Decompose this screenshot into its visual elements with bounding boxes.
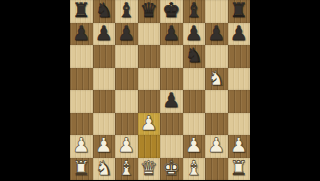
square-g1[interactable] bbox=[205, 158, 228, 181]
square-b2[interactable]: ♟ bbox=[93, 135, 116, 158]
square-e2[interactable] bbox=[160, 135, 183, 158]
piece-white-pawn[interactable]: ♟ bbox=[117, 135, 135, 157]
square-a5[interactable] bbox=[70, 68, 93, 91]
piece-black-pawn[interactable]: ♟ bbox=[230, 23, 248, 45]
square-b1[interactable]: ♞ bbox=[93, 158, 116, 181]
piece-white-pawn[interactable]: ♟ bbox=[207, 135, 225, 157]
square-h1[interactable]: ♜ bbox=[228, 158, 251, 181]
square-b3[interactable] bbox=[93, 113, 116, 136]
square-h2[interactable]: ♟ bbox=[228, 135, 251, 158]
square-f4[interactable] bbox=[183, 90, 206, 113]
square-e6[interactable] bbox=[160, 45, 183, 68]
square-d1[interactable]: ♛ bbox=[138, 158, 161, 181]
piece-white-queen[interactable]: ♛ bbox=[140, 158, 158, 180]
square-c5[interactable] bbox=[115, 68, 138, 91]
square-a4[interactable] bbox=[70, 90, 93, 113]
square-f2[interactable]: ♟ bbox=[183, 135, 206, 158]
square-d4[interactable] bbox=[138, 90, 161, 113]
piece-black-pawn[interactable]: ♟ bbox=[185, 23, 203, 45]
square-e1[interactable]: ♚ bbox=[160, 158, 183, 181]
piece-black-rook[interactable]: ♜ bbox=[230, 0, 248, 22]
square-c7[interactable]: ♟ bbox=[115, 23, 138, 46]
square-a2[interactable]: ♟ bbox=[70, 135, 93, 158]
piece-white-king[interactable]: ♚ bbox=[162, 158, 180, 180]
square-f8[interactable]: ♝ bbox=[183, 0, 206, 23]
piece-white-pawn[interactable]: ♟ bbox=[72, 135, 90, 157]
piece-black-bishop[interactable]: ♝ bbox=[185, 0, 203, 22]
square-g3[interactable] bbox=[205, 113, 228, 136]
square-c3[interactable] bbox=[115, 113, 138, 136]
square-a3[interactable] bbox=[70, 113, 93, 136]
piece-white-rook[interactable]: ♜ bbox=[230, 158, 248, 180]
square-d6[interactable] bbox=[138, 45, 161, 68]
square-d8[interactable]: ♛ bbox=[138, 0, 161, 23]
square-d7[interactable] bbox=[138, 23, 161, 46]
piece-black-bishop[interactable]: ♝ bbox=[117, 0, 135, 22]
square-e4[interactable]: ♟ bbox=[160, 90, 183, 113]
square-h7[interactable]: ♟ bbox=[228, 23, 251, 46]
square-f3[interactable] bbox=[183, 113, 206, 136]
square-f5[interactable] bbox=[183, 68, 206, 91]
piece-black-rook[interactable]: ♜ bbox=[72, 0, 90, 22]
square-a7[interactable]: ♟ bbox=[70, 23, 93, 46]
square-b7[interactable]: ♟ bbox=[93, 23, 116, 46]
square-g5[interactable]: ♞ bbox=[205, 68, 228, 91]
square-e5[interactable] bbox=[160, 68, 183, 91]
chess-board: ♜♞♝♛♚♝♜♟♟♟♟♟♟♟♞♞♟♟♟♟♟♟♟♟♜♞♝♛♚♝♜ bbox=[70, 0, 250, 180]
piece-white-pawn[interactable]: ♟ bbox=[140, 113, 158, 135]
piece-white-pawn[interactable]: ♟ bbox=[95, 135, 113, 157]
square-e7[interactable]: ♟ bbox=[160, 23, 183, 46]
square-c1[interactable]: ♝ bbox=[115, 158, 138, 181]
square-d2[interactable] bbox=[138, 135, 161, 158]
square-a8[interactable]: ♜ bbox=[70, 0, 93, 23]
square-g7[interactable]: ♟ bbox=[205, 23, 228, 46]
square-h3[interactable] bbox=[228, 113, 251, 136]
piece-white-rook[interactable]: ♜ bbox=[72, 158, 90, 180]
piece-white-bishop[interactable]: ♝ bbox=[117, 158, 135, 180]
square-a6[interactable] bbox=[70, 45, 93, 68]
square-b6[interactable] bbox=[93, 45, 116, 68]
screen: ♜♞♝♛♚♝♜♟♟♟♟♟♟♟♞♞♟♟♟♟♟♟♟♟♜♞♝♛♚♝♜ bbox=[0, 0, 320, 180]
square-b4[interactable] bbox=[93, 90, 116, 113]
piece-white-pawn[interactable]: ♟ bbox=[230, 135, 248, 157]
square-h8[interactable]: ♜ bbox=[228, 0, 251, 23]
square-f6[interactable]: ♞ bbox=[183, 45, 206, 68]
left-black-bar bbox=[0, 0, 70, 180]
square-d3[interactable]: ♟ bbox=[138, 113, 161, 136]
square-b5[interactable] bbox=[93, 68, 116, 91]
square-a1[interactable]: ♜ bbox=[70, 158, 93, 181]
square-f1[interactable]: ♝ bbox=[183, 158, 206, 181]
piece-white-knight[interactable]: ♞ bbox=[207, 68, 225, 90]
square-c6[interactable] bbox=[115, 45, 138, 68]
square-g4[interactable] bbox=[205, 90, 228, 113]
piece-black-pawn[interactable]: ♟ bbox=[162, 90, 180, 112]
square-d5[interactable] bbox=[138, 68, 161, 91]
square-b8[interactable]: ♞ bbox=[93, 0, 116, 23]
square-c2[interactable]: ♟ bbox=[115, 135, 138, 158]
square-c4[interactable] bbox=[115, 90, 138, 113]
square-g2[interactable]: ♟ bbox=[205, 135, 228, 158]
right-black-bar bbox=[250, 0, 320, 180]
square-g6[interactable] bbox=[205, 45, 228, 68]
square-e3[interactable] bbox=[160, 113, 183, 136]
piece-black-pawn[interactable]: ♟ bbox=[72, 23, 90, 45]
piece-black-pawn[interactable]: ♟ bbox=[117, 23, 135, 45]
piece-black-queen[interactable]: ♛ bbox=[140, 0, 158, 22]
square-h6[interactable] bbox=[228, 45, 251, 68]
piece-white-pawn[interactable]: ♟ bbox=[185, 135, 203, 157]
square-e8[interactable]: ♚ bbox=[160, 0, 183, 23]
square-h5[interactable] bbox=[228, 68, 251, 91]
square-g8[interactable] bbox=[205, 0, 228, 23]
square-f7[interactable]: ♟ bbox=[183, 23, 206, 46]
piece-black-knight[interactable]: ♞ bbox=[185, 45, 203, 67]
piece-black-pawn[interactable]: ♟ bbox=[95, 23, 113, 45]
piece-white-bishop[interactable]: ♝ bbox=[185, 158, 203, 180]
piece-black-knight[interactable]: ♞ bbox=[95, 0, 113, 22]
piece-black-pawn[interactable]: ♟ bbox=[207, 23, 225, 45]
piece-black-king[interactable]: ♚ bbox=[162, 0, 180, 22]
square-h4[interactable] bbox=[228, 90, 251, 113]
piece-black-pawn[interactable]: ♟ bbox=[162, 23, 180, 45]
piece-white-knight[interactable]: ♞ bbox=[95, 158, 113, 180]
square-c8[interactable]: ♝ bbox=[115, 0, 138, 23]
